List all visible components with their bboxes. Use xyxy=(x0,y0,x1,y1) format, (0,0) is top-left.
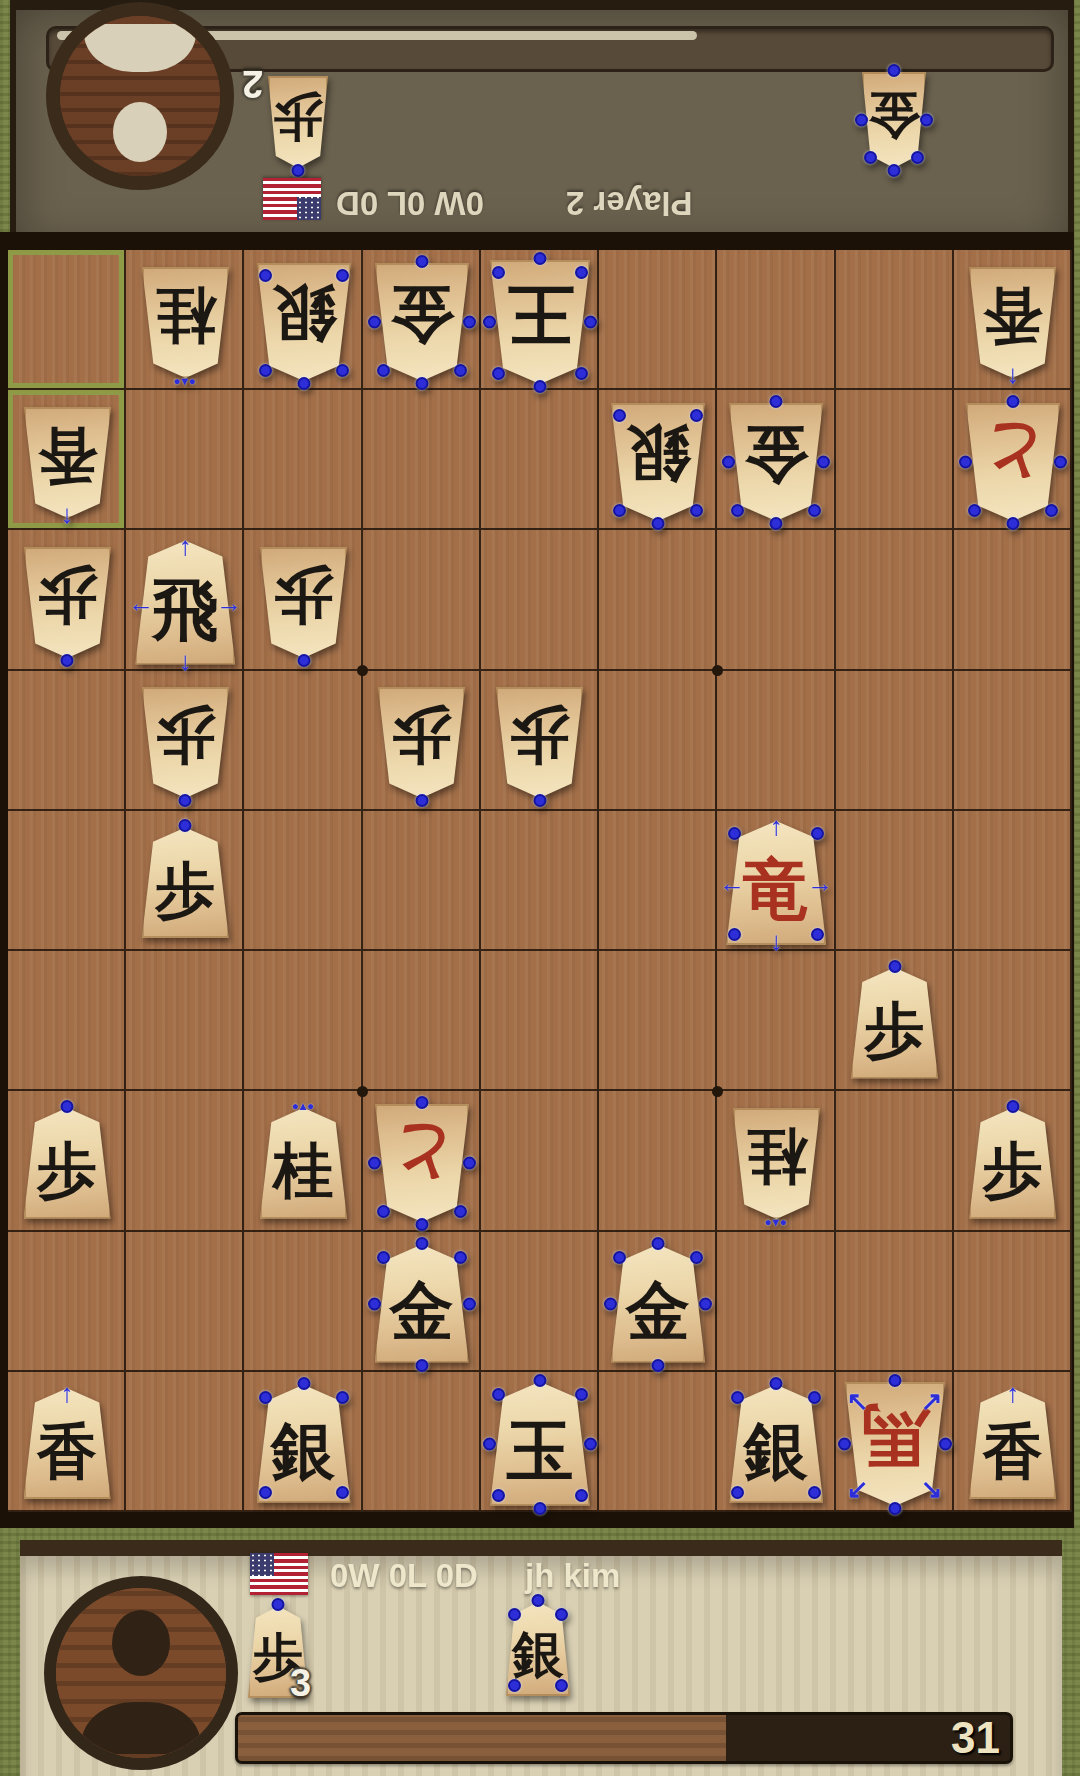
move-indicator-dot xyxy=(808,1486,821,1499)
shogi-piece-sente-K-r9c5[interactable]: 玉 xyxy=(490,1382,590,1506)
board-cell[interactable] xyxy=(481,530,599,670)
move-indicator-dot xyxy=(584,316,597,329)
move-indicator-dot xyxy=(613,504,626,517)
move-indicator-dot xyxy=(61,1100,74,1113)
top-avatar-head xyxy=(113,102,167,162)
piece-body: 金 xyxy=(611,1245,705,1363)
piece-body: 歩 xyxy=(969,1108,1056,1219)
piece-body: 歩 xyxy=(142,687,229,798)
piece-body: 桂 xyxy=(142,267,229,378)
shogi-piece-sente-G-r8c4[interactable]: 金 xyxy=(375,1245,469,1363)
board-cell[interactable] xyxy=(599,951,717,1091)
piece-glyph: 香 xyxy=(983,1421,1043,1481)
bottom-player-score: 31 xyxy=(951,1713,1000,1763)
piece-glyph: 桂 xyxy=(274,1140,334,1200)
move-indicator-dot xyxy=(532,1594,545,1607)
move-indicator-dot xyxy=(508,1679,521,1692)
top-player-avatar[interactable] xyxy=(46,2,234,190)
move-indicator-dot xyxy=(1006,395,1019,408)
shogi-piece-sente-P-r7c9[interactable]: 歩 xyxy=(969,1108,1056,1219)
shogi-piece-gote-S-r1c3[interactable]: 銀 xyxy=(257,263,351,381)
board-cell[interactable] xyxy=(836,671,954,811)
move-indicator-dot xyxy=(575,1489,588,1502)
bottom-player-progress-bar: 31 xyxy=(235,1712,1013,1764)
shogi-piece-sente-G-r8c6[interactable]: 金 xyxy=(611,1245,705,1363)
board-cell[interactable] xyxy=(717,671,835,811)
bottom-player-name: jh kim xyxy=(525,1557,620,1595)
move-indicator-dot xyxy=(492,1388,505,1401)
board-cell[interactable] xyxy=(599,671,717,811)
move-indicator-dot xyxy=(297,654,310,667)
bottom-avatar-head xyxy=(112,1610,170,1676)
board-cell[interactable] xyxy=(126,951,244,1091)
board-cell[interactable] xyxy=(954,951,1072,1091)
board-cell[interactable] xyxy=(363,811,481,951)
board-cell[interactable] xyxy=(954,530,1072,670)
piece-glyph: 香 xyxy=(37,1421,97,1481)
piece-body: 桂 xyxy=(733,1108,820,1219)
move-indicator-dot xyxy=(508,1608,521,1621)
piece-body: 歩 xyxy=(851,968,938,1079)
move-indicator-dot xyxy=(336,364,349,377)
move-indicator-arr: ↖ xyxy=(847,1388,869,1414)
shogi-piece-sente-S-r9c3[interactable]: 銀 xyxy=(257,1385,351,1503)
piece-glyph: と xyxy=(389,1124,455,1188)
move-indicator-dot xyxy=(415,255,428,268)
move-indicator-dot xyxy=(811,827,824,840)
move-indicator-arr: ↑ xyxy=(179,533,192,559)
piece-body: 玉 xyxy=(490,1382,590,1506)
board-cell[interactable] xyxy=(8,1232,126,1372)
move-indicator-dot xyxy=(604,1297,617,1310)
move-indicator-dot xyxy=(492,266,505,279)
move-indicator-dot xyxy=(888,64,901,77)
piece-glyph: 歩 xyxy=(865,1000,925,1060)
move-indicator-dot xyxy=(377,1205,390,1218)
board-cell[interactable] xyxy=(363,1372,481,1512)
shogi-piece-gote-P-r3c1[interactable]: 歩 xyxy=(24,547,111,658)
move-indicator-kmk: ●▾● xyxy=(765,1216,789,1228)
shogi-piece-sente-L-r9c1[interactable]: 香↑ xyxy=(24,1388,111,1499)
board-cell[interactable] xyxy=(126,1091,244,1231)
piece-glyph: 歩 xyxy=(274,566,334,626)
move-indicator-dot xyxy=(415,1096,428,1109)
shogi-piece-gote-G-r2c7[interactable]: 金 xyxy=(729,403,823,521)
shogi-app-screen: { "game": "shogi", "top_player": { "name… xyxy=(0,0,1080,1776)
move-indicator-dot xyxy=(838,1437,851,1450)
board-cell[interactable] xyxy=(836,811,954,951)
piece-glyph: 桂 xyxy=(155,285,215,345)
move-indicator-dot xyxy=(533,252,546,265)
move-indicator-dot xyxy=(454,364,467,377)
piece-glyph: 歩 xyxy=(37,1140,97,1200)
board-cell[interactable] xyxy=(836,250,954,390)
piece-body: 桂 xyxy=(260,1108,347,1219)
move-indicator-dot xyxy=(415,1359,428,1372)
piece-glyph: 馬 xyxy=(861,1402,928,1469)
board-cell[interactable] xyxy=(836,1091,954,1231)
board-cell[interactable] xyxy=(481,811,599,951)
board-cell[interactable] xyxy=(836,1232,954,1372)
shogi-piece-sente-promotedR-r5c7[interactable]: 竜↑↓←→ xyxy=(726,821,826,945)
board-cell[interactable] xyxy=(8,951,126,1091)
board-cell[interactable] xyxy=(244,1232,362,1372)
board-cell[interactable] xyxy=(481,951,599,1091)
bottom-player-flag-icon xyxy=(250,1553,308,1595)
board-cell[interactable] xyxy=(8,250,126,390)
piece-body: 歩 xyxy=(378,687,465,798)
move-indicator-dot xyxy=(492,1489,505,1502)
piece-glyph: 銀 xyxy=(272,1419,336,1483)
bottom-avatar-background xyxy=(56,1588,226,1758)
move-indicator-arr: ↑ xyxy=(1006,1380,1019,1406)
move-indicator-dot xyxy=(463,1297,476,1310)
move-indicator-dot xyxy=(272,1598,285,1611)
move-indicator-dot xyxy=(652,1359,665,1372)
piece-glyph: 歩 xyxy=(983,1140,1043,1200)
move-indicator-dot xyxy=(415,1218,428,1231)
board-cell[interactable] xyxy=(599,811,717,951)
board-cell[interactable] xyxy=(599,1091,717,1231)
move-indicator-dot xyxy=(377,364,390,377)
shogi-piece-gote-promotedB-r9c8[interactable]: 馬↙↘↖↗ xyxy=(845,1382,945,1506)
shogi-piece-gote-K-r1c5[interactable]: 王 xyxy=(490,260,590,384)
move-indicator-arr: → xyxy=(807,870,833,896)
piece-body: 銀 xyxy=(729,1385,823,1503)
hoshi-star-point xyxy=(357,1086,368,1097)
move-indicator-dot xyxy=(368,1297,381,1310)
move-indicator-dot xyxy=(575,1388,588,1401)
piece-body: 銀 xyxy=(257,1385,351,1503)
move-indicator-dot xyxy=(336,1391,349,1404)
piece-glyph: 歩 xyxy=(392,706,452,766)
move-indicator-kmk: ●▾● xyxy=(174,375,198,387)
move-indicator-dot xyxy=(454,1205,467,1218)
move-indicator-dot xyxy=(808,1391,821,1404)
board-cell[interactable] xyxy=(954,671,1072,811)
bottom-avatar-person-icon xyxy=(56,1588,226,1758)
piece-glyph: 香 xyxy=(37,425,97,485)
move-indicator-dot xyxy=(297,1377,310,1390)
move-indicator-dot xyxy=(415,1237,428,1250)
move-indicator-arr: ↑ xyxy=(770,813,783,839)
move-indicator-dot xyxy=(259,1486,272,1499)
piece-glyph: 桂 xyxy=(746,1126,806,1186)
move-indicator-dot xyxy=(483,316,496,329)
shogi-piece-sente-P-r7c1[interactable]: 歩 xyxy=(24,1108,111,1219)
move-indicator-dot xyxy=(613,1251,626,1264)
piece-glyph: 金 xyxy=(626,1279,690,1343)
move-indicator-dot xyxy=(959,456,972,469)
piece-body: 歩 xyxy=(142,827,229,938)
move-indicator-dot xyxy=(888,960,901,973)
move-indicator-dot xyxy=(533,380,546,393)
top-avatar-torso xyxy=(84,24,196,72)
move-indicator-arr: ↘ xyxy=(921,1476,943,1502)
bottom-hand-pawn-count: 3 xyxy=(290,1662,311,1705)
top-flag-canton xyxy=(297,197,321,220)
move-indicator-dot xyxy=(533,1502,546,1515)
bottom-flag-canton xyxy=(250,1553,274,1576)
piece-glyph: 歩 xyxy=(510,706,570,766)
shogi-piece-sente-N-r7c3[interactable]: 桂●▴● xyxy=(260,1108,347,1219)
board-cell[interactable] xyxy=(126,1372,244,1512)
top-avatar-background xyxy=(60,16,220,176)
move-indicator-dot xyxy=(259,1391,272,1404)
move-indicator-dot xyxy=(1006,1100,1019,1113)
top-player-record: 0W 0L 0D xyxy=(336,184,484,222)
board-cell[interactable] xyxy=(244,390,362,530)
piece-glyph: 歩 xyxy=(273,92,323,142)
board-cell[interactable] xyxy=(717,530,835,670)
shogi-piece-gote-P-r4c5[interactable]: 歩 xyxy=(496,687,583,798)
piece-glyph: 金 xyxy=(390,1279,454,1343)
move-indicator-dot xyxy=(179,819,192,832)
move-indicator-dot xyxy=(1006,517,1019,530)
bottom-player-avatar[interactable] xyxy=(44,1576,238,1770)
piece-body: 歩 xyxy=(24,1108,111,1219)
bottom-player-record: 0W 0L 0D xyxy=(330,1557,478,1595)
move-indicator-arr: ← xyxy=(719,870,745,896)
board-cell[interactable] xyxy=(126,1232,244,1372)
move-indicator-dot xyxy=(463,316,476,329)
move-indicator-dot xyxy=(492,367,505,380)
move-indicator-dot xyxy=(368,1157,381,1170)
move-indicator-dot xyxy=(770,517,783,530)
move-indicator-dot xyxy=(888,1374,901,1387)
move-indicator-dot xyxy=(415,377,428,390)
piece-body: 金 xyxy=(729,403,823,521)
move-indicator-dot xyxy=(731,1391,744,1404)
board-cell[interactable] xyxy=(8,811,126,951)
shogi-piece-gote-L-r2c1[interactable]: 香↓ xyxy=(24,407,111,518)
move-indicator-dot xyxy=(179,794,192,807)
shogi-piece-gote-S-r2c6[interactable]: 銀 xyxy=(611,403,705,521)
move-indicator-dot xyxy=(652,517,665,530)
move-indicator-arr: ↑ xyxy=(61,1380,74,1406)
board-cell[interactable] xyxy=(8,671,126,811)
move-indicator-dot xyxy=(808,504,821,517)
board-cell[interactable] xyxy=(244,671,362,811)
piece-glyph: 香 xyxy=(983,285,1043,345)
move-indicator-dot xyxy=(731,1486,744,1499)
move-indicator-arr: → xyxy=(216,590,242,616)
shogi-piece-gote-promotedP-r7c4[interactable]: と xyxy=(375,1104,469,1222)
board-cell[interactable] xyxy=(954,1232,1072,1372)
board-cell[interactable] xyxy=(954,811,1072,951)
shogi-piece-gote-G-top-hand[interactable]: 金 xyxy=(862,72,926,168)
board-cell[interactable] xyxy=(481,1232,599,1372)
board-cell[interactable] xyxy=(599,530,717,670)
move-indicator-arr: ↙ xyxy=(847,1476,869,1502)
shogi-piece-gote-L-r1c9[interactable]: 香↓ xyxy=(969,267,1056,378)
piece-glyph: 竜 xyxy=(743,857,810,924)
move-indicator-dot xyxy=(463,1157,476,1170)
board-cell[interactable] xyxy=(126,390,244,530)
move-indicator-dot xyxy=(454,1251,467,1264)
piece-glyph: 金 xyxy=(868,89,920,141)
move-indicator-dot xyxy=(377,1251,390,1264)
move-indicator-arr: ← xyxy=(128,590,154,616)
hoshi-star-point xyxy=(712,665,723,676)
piece-glyph: 歩 xyxy=(37,566,97,626)
piece-glyph: 飛 xyxy=(152,577,219,644)
piece-glyph: 銀 xyxy=(513,1629,564,1680)
shogi-piece-sente-P-r6c8[interactable]: 歩 xyxy=(851,968,938,1079)
move-indicator-dot xyxy=(336,1486,349,1499)
hoshi-star-point xyxy=(712,1086,723,1097)
piece-body: 金 xyxy=(375,1245,469,1363)
move-indicator-arr: ↓ xyxy=(1006,361,1019,387)
move-indicator-dot xyxy=(584,1437,597,1450)
move-indicator-arr: ↓ xyxy=(770,928,783,954)
shogi-piece-gote-G-r1c4[interactable]: 金 xyxy=(375,263,469,381)
move-indicator-dot xyxy=(1054,456,1067,469)
shogi-piece-gote-P-r4c4[interactable]: 歩 xyxy=(378,687,465,798)
shogi-piece-gote-P-r4c2[interactable]: 歩 xyxy=(142,687,229,798)
board-cell[interactable] xyxy=(717,1232,835,1372)
piece-glyph: 歩 xyxy=(155,706,215,766)
board-cell[interactable] xyxy=(836,390,954,530)
shogi-piece-sente-S-bottom-hand[interactable]: 銀 xyxy=(506,1602,570,1696)
board-cell[interactable] xyxy=(599,250,717,390)
top-player-name: Player 2 xyxy=(566,184,693,222)
move-indicator-dot xyxy=(888,1502,901,1515)
piece-body: 金 xyxy=(375,263,469,381)
move-indicator-dot xyxy=(259,269,272,282)
move-indicator-dot xyxy=(575,367,588,380)
top-player-flag-icon xyxy=(263,178,321,220)
piece-body: 銀 xyxy=(611,403,705,521)
piece-glyph: と xyxy=(980,423,1046,487)
piece-glyph: 玉 xyxy=(506,1418,573,1485)
move-indicator-dot xyxy=(920,114,933,127)
move-indicator-dot xyxy=(297,377,310,390)
move-indicator-arr: ↓ xyxy=(179,648,192,674)
move-indicator-dot xyxy=(864,151,877,164)
shogi-piece-gote-P-r3c3[interactable]: 歩 xyxy=(260,547,347,658)
move-indicator-dot xyxy=(61,654,74,667)
piece-body: 王 xyxy=(490,260,590,384)
piece-body: 歩 xyxy=(24,547,111,658)
move-indicator-dot xyxy=(911,151,924,164)
move-indicator-arr: ↓ xyxy=(61,501,74,527)
piece-body: と xyxy=(966,403,1060,521)
piece-glyph: 銀 xyxy=(272,283,336,347)
piece-body: 歩 xyxy=(260,547,347,658)
shogi-piece-sente-R-r3c2[interactable]: 飛↑↓←→ xyxy=(135,541,235,665)
move-indicator-dot xyxy=(336,269,349,282)
board-cell[interactable] xyxy=(481,1091,599,1231)
move-indicator-dot xyxy=(1045,504,1058,517)
shogi-piece-sente-L-r9c9[interactable]: 香↑ xyxy=(969,1388,1056,1499)
board-cell[interactable] xyxy=(599,1372,717,1512)
piece-glyph: 歩 xyxy=(155,860,215,920)
move-indicator-dot xyxy=(415,794,428,807)
move-indicator-dot xyxy=(652,1237,665,1250)
move-indicator-dot xyxy=(292,164,305,177)
piece-glyph: 王 xyxy=(506,281,573,348)
move-indicator-dot xyxy=(368,316,381,329)
board-cell[interactable] xyxy=(363,530,481,670)
move-indicator-dot xyxy=(575,266,588,279)
board-cell[interactable] xyxy=(717,951,835,1091)
board-cell[interactable] xyxy=(363,951,481,1091)
move-indicator-dot xyxy=(968,504,981,517)
piece-glyph: 銀 xyxy=(744,1419,808,1483)
board-cell[interactable] xyxy=(363,390,481,530)
top-hand-pawn-count: 2 xyxy=(242,62,263,105)
piece-body: 銀 xyxy=(257,263,351,381)
board-cell[interactable] xyxy=(836,530,954,670)
move-indicator-dot xyxy=(690,504,703,517)
move-indicator-dot xyxy=(259,364,272,377)
board-cell[interactable] xyxy=(244,951,362,1091)
piece-body: と xyxy=(375,1104,469,1222)
move-indicator-dot xyxy=(770,395,783,408)
piece-body: 歩 xyxy=(268,76,328,168)
move-indicator-kmk: ●▴● xyxy=(292,1100,316,1112)
top-avatar-person-icon xyxy=(60,16,220,176)
move-indicator-dot xyxy=(888,164,901,177)
board-cell[interactable] xyxy=(244,811,362,951)
piece-glyph: 金 xyxy=(390,283,454,347)
move-indicator-dot xyxy=(939,1437,952,1450)
board-cell[interactable] xyxy=(481,390,599,530)
move-indicator-dot xyxy=(722,456,735,469)
bottom-avatar-torso xyxy=(81,1702,201,1754)
shogi-piece-gote-N-r1c2[interactable]: 桂●▾● xyxy=(142,267,229,378)
move-indicator-dot xyxy=(817,456,830,469)
shogi-piece-gote-P-top-hand[interactable]: 歩 xyxy=(268,76,328,168)
move-indicator-dot xyxy=(555,1679,568,1692)
move-indicator-dot xyxy=(770,1377,783,1390)
shogi-piece-gote-promotedP-r2c9[interactable]: と xyxy=(966,403,1060,521)
move-indicator-dot xyxy=(731,504,744,517)
move-indicator-dot xyxy=(690,1251,703,1264)
move-indicator-dot xyxy=(533,1374,546,1387)
shogi-piece-sente-P-r5c2[interactable]: 歩 xyxy=(142,827,229,938)
piece-glyph: 銀 xyxy=(626,423,690,487)
move-indicator-arr: ↗ xyxy=(921,1388,943,1414)
move-indicator-dot xyxy=(855,114,868,127)
bottom-progress-fill xyxy=(238,1715,726,1761)
move-indicator-dot xyxy=(483,1437,496,1450)
move-indicator-dot xyxy=(533,794,546,807)
move-indicator-dot xyxy=(555,1608,568,1621)
shogi-piece-sente-S-r9c7[interactable]: 銀 xyxy=(729,1385,823,1503)
board-cell[interactable] xyxy=(717,250,835,390)
piece-glyph: 金 xyxy=(744,423,808,487)
move-indicator-dot xyxy=(699,1297,712,1310)
piece-body: 歩 xyxy=(496,687,583,798)
shogi-piece-gote-N-r7c7[interactable]: 桂●▾● xyxy=(733,1108,820,1219)
